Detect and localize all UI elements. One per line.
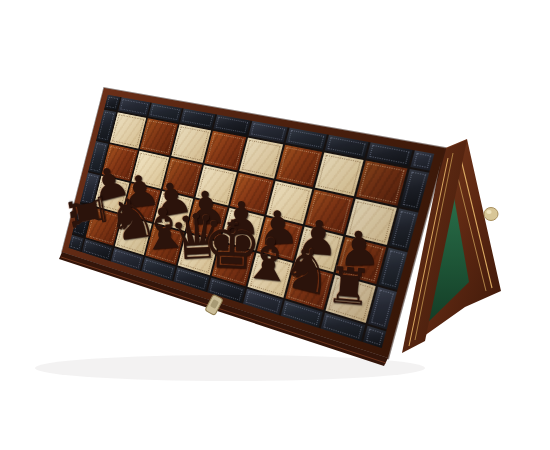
brass-clasp: [205, 294, 223, 315]
bottom-wall-edge: [59, 252, 388, 366]
chess-set-product-photo: ♟♟♟♟♟♟♟♟♜♞♝♛♚♝♞♜: [0, 0, 550, 450]
case-front-edge-layer: [0, 0, 550, 450]
bottom-edge-highlight: [61, 257, 386, 363]
